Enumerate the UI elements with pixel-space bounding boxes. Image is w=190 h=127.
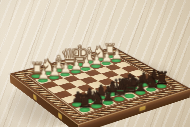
piece-white-pawn: ♟: [49, 64, 61, 77]
brass-clasp: [139, 105, 145, 111]
brass-hinge: [58, 112, 62, 119]
piece-white-pawn: ♟: [59, 61, 71, 74]
brass-hinge: [34, 93, 37, 100]
piece-white-pawn: ♟: [38, 67, 51, 80]
piece-white-pawn: ♟: [91, 53, 103, 66]
photo-scene: ♜♞♝♛♚♝♞♜♟♟♟♟♟♟♟♟♟♟♟♟♟♟♟♟♜♞♝♛♚♝♞♜: [0, 0, 190, 127]
piece-black-rook: ♜: [77, 92, 94, 110]
